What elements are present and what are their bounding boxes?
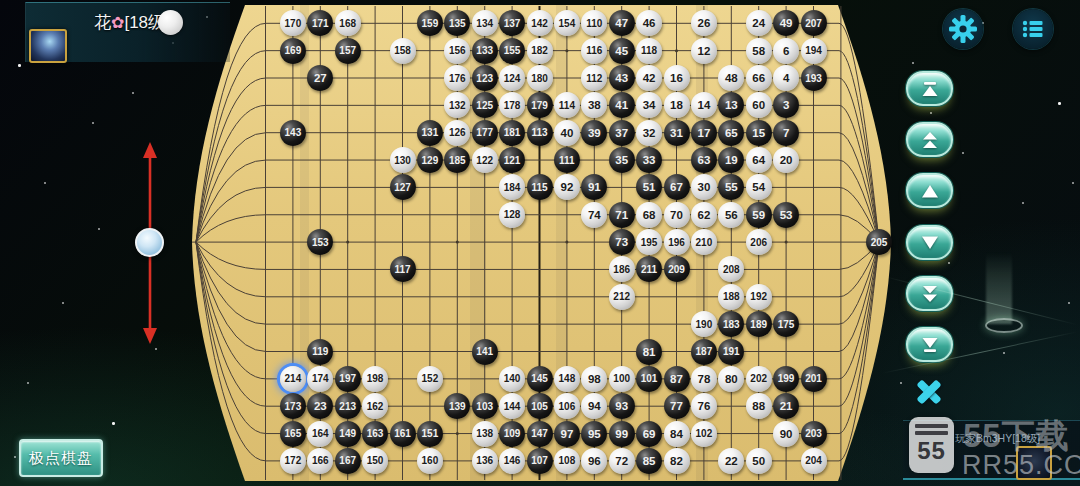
player-bottom-name: 玩家Bm3HY[18级] [955, 432, 1040, 446]
list-menu-icon [1019, 15, 1047, 43]
forward-one-button[interactable] [906, 225, 953, 260]
player-bottom-avatar[interactable] [1016, 446, 1052, 480]
light-beam-effect [986, 252, 1012, 324]
player-panel-top: 花✿[18级] [25, 2, 230, 62]
flower-icon: ✿ [111, 14, 124, 31]
white-stone-indicator [158, 10, 183, 35]
jump-to-first-button[interactable] [906, 71, 953, 106]
back-one-button[interactable] [906, 173, 953, 208]
first-icon [920, 79, 940, 99]
back-icon [920, 181, 940, 201]
back-fast-button[interactable] [906, 122, 953, 157]
jump-to-last-button[interactable] [906, 327, 953, 362]
board-style-button[interactable]: 极点棋盘 [19, 439, 103, 477]
forward-fast-button[interactable] [906, 276, 953, 311]
player-top-avatar[interactable] [29, 29, 67, 63]
close-button[interactable] [911, 374, 947, 410]
fastback-icon [920, 130, 940, 150]
go-app-screen: 1701711681591351341371421541104746262449… [0, 0, 1080, 486]
next-icon [920, 233, 940, 253]
player-panel-bottom: 玩家Bm3HY[18级] [903, 420, 1080, 480]
settings-button[interactable] [943, 9, 983, 49]
zoom-slider-handle[interactable] [135, 228, 164, 257]
last-icon [920, 335, 940, 355]
gear-icon [948, 14, 978, 44]
menu-button[interactable] [1013, 9, 1053, 49]
light-ring-effect [985, 318, 1023, 333]
